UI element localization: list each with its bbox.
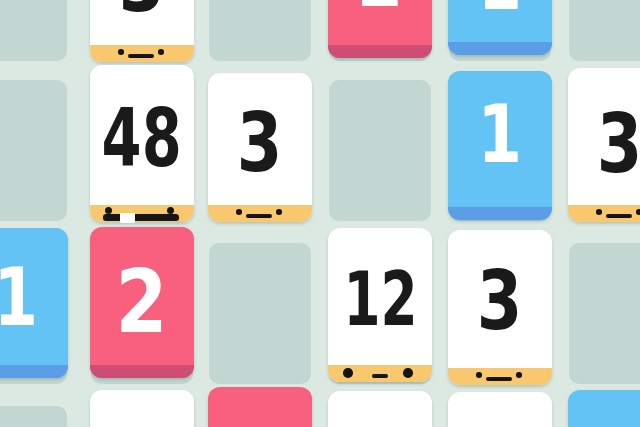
tile-3: 3: [90, 0, 194, 62]
tile-body: 3: [90, 0, 194, 45]
tile-3: 3: [568, 68, 640, 222]
tile-value: 1: [0, 258, 38, 338]
tile-white-cropped: [328, 391, 432, 427]
tile-value: 1: [478, 95, 523, 175]
tile-white-cropped: [90, 390, 194, 427]
tile-blue-cropped: [568, 390, 640, 427]
tile-body: 1: [448, 0, 552, 42]
tile-body: 48: [90, 65, 194, 205]
tile-body: [90, 390, 194, 427]
tile-12: 12: [328, 228, 432, 382]
tile-face-marks: [448, 368, 552, 385]
tile-value: 3: [477, 260, 523, 342]
tile-face-marks: [568, 205, 640, 222]
tile-body: [208, 387, 312, 427]
tile-body: 1: [0, 228, 68, 365]
tile-base: [208, 205, 312, 222]
tile-3: 3: [448, 230, 552, 385]
tile-48: 48: [90, 65, 194, 222]
tile-value: 3: [597, 103, 640, 185]
empty-slot: [569, 0, 640, 61]
empty-slot: [0, 406, 67, 427]
tile-body: 3: [448, 230, 552, 368]
tile-red-cropped: [208, 387, 312, 427]
tile-1: 1: [448, 0, 552, 55]
tile-body: [568, 390, 640, 427]
tile-2: 2: [90, 227, 194, 378]
empty-slot: [0, 80, 67, 221]
tile-face-marks: [90, 205, 194, 222]
tile-body: 1: [448, 71, 552, 207]
tile-body: [328, 391, 432, 427]
tile-3: 3: [208, 73, 312, 222]
tile-1: 1: [448, 71, 552, 220]
tile-value: 3: [237, 102, 283, 184]
empty-slot: [0, 0, 67, 61]
tile-value: 48: [102, 99, 182, 179]
empty-slot: [329, 80, 431, 221]
empty-slot: [209, 243, 311, 384]
tile-base: [90, 205, 194, 222]
tile-value: 12: [343, 262, 417, 336]
tile-2: 2: [328, 0, 432, 58]
tile-body: 3: [208, 73, 312, 205]
tile-face-marks: [90, 45, 194, 62]
tile-value: 1: [478, 0, 523, 22]
tile-white-cropped: [448, 392, 552, 427]
threes-game-board[interactable]: 3214831312123: [0, 0, 640, 427]
tile-base: [328, 45, 432, 58]
tile-base: [448, 207, 552, 220]
tile-face-marks: [328, 365, 432, 382]
tile-value: 3: [119, 0, 165, 24]
tile-face-marks: [208, 205, 312, 222]
tile-1: 1: [0, 228, 68, 378]
tile-body: 2: [90, 227, 194, 365]
tile-body: 12: [328, 228, 432, 365]
empty-slot: [569, 243, 640, 384]
tile-base: [448, 368, 552, 385]
tile-base: [448, 42, 552, 55]
tile-base: [568, 205, 640, 222]
tile-base: [90, 365, 194, 378]
tile-body: 2: [328, 0, 432, 45]
tile-body: [448, 392, 552, 427]
empty-slot: [209, 0, 311, 61]
tile-body: 3: [568, 68, 640, 205]
tile-value: 2: [116, 258, 168, 346]
tile-value: 2: [357, 0, 404, 19]
tile-base: [0, 365, 68, 378]
tile-base: [328, 365, 432, 382]
tile-base: [90, 45, 194, 62]
